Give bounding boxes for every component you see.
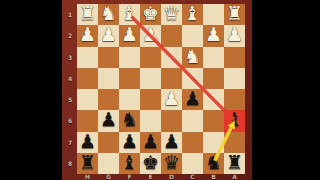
file-label-h: H: [77, 173, 98, 180]
square-b8[interactable]: ♞: [203, 153, 224, 174]
file-label-f: F: [119, 173, 140, 180]
black-knight-f6[interactable]: ♞: [121, 110, 138, 129]
square-h1[interactable]: ♜: [77, 4, 98, 25]
file-label-a: A: [224, 173, 245, 180]
rank-label-7: 7: [64, 132, 76, 153]
square-g5[interactable]: [98, 89, 119, 110]
square-h5[interactable]: [77, 89, 98, 110]
black-pawn-d7[interactable]: ♟: [163, 132, 180, 151]
white-king-e1[interactable]: ♚: [142, 4, 159, 23]
white-rook-a1[interactable]: ♜: [226, 4, 243, 23]
square-b2[interactable]: ♟: [203, 25, 224, 46]
square-g6[interactable]: ♟: [98, 110, 119, 131]
square-f6[interactable]: ♞: [119, 110, 140, 131]
black-pawn-c5[interactable]: ♟: [184, 89, 201, 108]
rank-label-4: 4: [64, 68, 76, 89]
square-e6[interactable]: [140, 110, 161, 131]
square-f8[interactable]: ♝: [119, 153, 140, 174]
white-pawn-e2[interactable]: ♟: [142, 25, 159, 44]
rank-label-6: 6: [64, 110, 76, 131]
square-e5[interactable]: [140, 89, 161, 110]
square-e4[interactable]: [140, 68, 161, 89]
square-h8[interactable]: ♜: [77, 153, 98, 174]
white-pawn-b2[interactable]: ♟: [205, 25, 222, 44]
board-grid: ♜♞♝♚♛♝♜♟♟♟♟♟♟♞♟♟♟♞♝♟♟♟♟♜♝♚♛♞♜: [77, 4, 245, 174]
square-h3[interactable]: [77, 47, 98, 68]
rank-label-2: 2: [64, 25, 76, 46]
white-knight-c3[interactable]: ♞: [184, 47, 201, 66]
file-label-g: G: [98, 173, 119, 180]
square-a3[interactable]: [224, 47, 245, 68]
file-label-c: C: [182, 173, 203, 180]
white-pawn-d5[interactable]: ♟: [163, 89, 180, 108]
square-g8[interactable]: [98, 153, 119, 174]
square-g1[interactable]: ♞: [98, 4, 119, 25]
rank-label-5: 5: [64, 89, 76, 110]
black-bishop-a6[interactable]: ♝: [226, 110, 243, 129]
square-a4[interactable]: [224, 68, 245, 89]
square-f3[interactable]: [119, 47, 140, 68]
white-queen-d1[interactable]: ♛: [163, 4, 180, 23]
square-a2[interactable]: ♟: [224, 25, 245, 46]
square-c2[interactable]: [182, 25, 203, 46]
white-pawn-h2[interactable]: ♟: [79, 25, 96, 44]
white-bishop-f1[interactable]: ♝: [121, 4, 138, 23]
square-c5[interactable]: ♟: [182, 89, 203, 110]
square-b1[interactable]: [203, 4, 224, 25]
square-c3[interactable]: ♞: [182, 47, 203, 68]
square-b6[interactable]: [203, 110, 224, 131]
square-d8[interactable]: ♛: [161, 153, 182, 174]
rank-label-3: 3: [64, 47, 76, 68]
square-d3[interactable]: [161, 47, 182, 68]
square-a8[interactable]: ♜: [224, 153, 245, 174]
file-label-e: E: [140, 173, 161, 180]
black-bishop-f8[interactable]: ♝: [121, 153, 138, 172]
square-c7[interactable]: [182, 132, 203, 153]
black-rook-a8[interactable]: ♜: [226, 153, 243, 172]
square-e3[interactable]: [140, 47, 161, 68]
square-f2[interactable]: ♟: [119, 25, 140, 46]
square-a6[interactable]: ♝: [224, 110, 245, 131]
square-b5[interactable]: [203, 89, 224, 110]
square-b3[interactable]: [203, 47, 224, 68]
black-pawn-g6[interactable]: ♟: [100, 110, 117, 129]
black-knight-b8[interactable]: ♞: [205, 153, 222, 172]
black-pawn-e7[interactable]: ♟: [142, 132, 159, 151]
square-h4[interactable]: [77, 68, 98, 89]
square-h6[interactable]: [77, 110, 98, 131]
video-frame: ♜♞♝♚♛♝♜♟♟♟♟♟♟♞♟♟♟♞♝♟♟♟♟♜♝♚♛♞♜ 12345678 H…: [0, 0, 320, 180]
square-c1[interactable]: ♝: [182, 4, 203, 25]
white-knight-g1[interactable]: ♞: [100, 4, 117, 23]
square-f4[interactable]: [119, 68, 140, 89]
black-pawn-f7[interactable]: ♟: [121, 132, 138, 151]
white-rook-h1[interactable]: ♜: [79, 4, 96, 23]
square-g7[interactable]: [98, 132, 119, 153]
square-h2[interactable]: ♟: [77, 25, 98, 46]
black-pawn-h7[interactable]: ♟: [79, 132, 96, 151]
square-d4[interactable]: [161, 68, 182, 89]
black-queen-d8[interactable]: ♛: [163, 153, 180, 172]
square-d2[interactable]: [161, 25, 182, 46]
white-bishop-c1[interactable]: ♝: [184, 4, 201, 23]
square-d1[interactable]: ♛: [161, 4, 182, 25]
square-e2[interactable]: ♟: [140, 25, 161, 46]
square-f1[interactable]: ♝: [119, 4, 140, 25]
square-c4[interactable]: [182, 68, 203, 89]
square-e8[interactable]: ♚: [140, 153, 161, 174]
square-e1[interactable]: ♚: [140, 4, 161, 25]
rank-label-1: 1: [64, 4, 76, 25]
square-f5[interactable]: [119, 89, 140, 110]
square-g4[interactable]: [98, 68, 119, 89]
square-b4[interactable]: [203, 68, 224, 89]
square-e7[interactable]: ♟: [140, 132, 161, 153]
square-c6[interactable]: [182, 110, 203, 131]
square-d5[interactable]: ♟: [161, 89, 182, 110]
square-b7[interactable]: [203, 132, 224, 153]
file-label-d: D: [161, 173, 182, 180]
file-label-b: B: [203, 173, 224, 180]
chess-board-frame: ♜♞♝♚♛♝♜♟♟♟♟♟♟♞♟♟♟♞♝♟♟♟♟♜♝♚♛♞♜ 12345678 H…: [62, 0, 252, 180]
square-g2[interactable]: ♟: [98, 25, 119, 46]
square-h7[interactable]: ♟: [77, 132, 98, 153]
rank-label-8: 8: [64, 153, 76, 174]
black-rook-h8[interactable]: ♜: [79, 153, 96, 172]
square-a1[interactable]: ♜: [224, 4, 245, 25]
square-c8[interactable]: [182, 153, 203, 174]
square-f7[interactable]: ♟: [119, 132, 140, 153]
white-pawn-f2[interactable]: ♟: [121, 25, 138, 44]
white-pawn-a2[interactable]: ♟: [226, 25, 243, 44]
square-a5[interactable]: [224, 89, 245, 110]
black-king-e8[interactable]: ♚: [142, 153, 159, 172]
square-d6[interactable]: [161, 110, 182, 131]
square-g3[interactable]: [98, 47, 119, 68]
square-a7[interactable]: [224, 132, 245, 153]
square-d7[interactable]: ♟: [161, 132, 182, 153]
white-pawn-g2[interactable]: ♟: [100, 25, 117, 44]
